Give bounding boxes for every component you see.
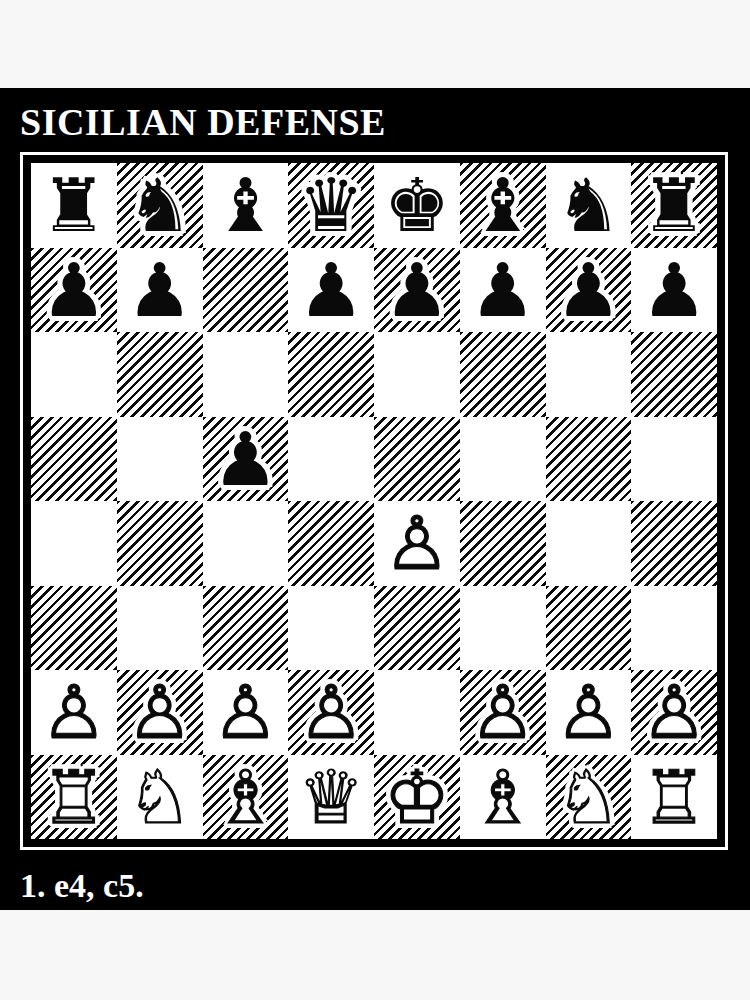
black-pawn: ♟♟ (384, 253, 450, 327)
square-c2: ♟♙ (203, 670, 289, 755)
piece-glyph: ♞ (555, 163, 621, 248)
poster-panel: SICILIAN DEFENSE ♜♜♞♞♝♝♛♛♚♚♝♝♞♞♜♜♟♟♟♟♟♟♟… (0, 88, 750, 910)
piece-glyph: ♕ (298, 755, 364, 840)
square-b8: ♞♞ (117, 163, 203, 248)
square-f1: ♝♗ (460, 755, 546, 840)
board-frame: ♜♜♞♞♝♝♛♛♚♚♝♝♞♞♜♜♟♟♟♟♟♟♟♟♟♟♟♟♟♟♟♟♟♙♟♙♟♙♟♙… (20, 152, 728, 850)
square-d1: ♛♕ (288, 755, 374, 840)
square-a2: ♟♙ (31, 670, 117, 755)
square-f8: ♝♝ (460, 163, 546, 248)
square-d2: ♟♙ (288, 670, 374, 755)
piece-glyph: ♖ (41, 755, 107, 840)
white-pawn: ♟♙ (212, 675, 278, 749)
piece-glyph: ♜ (641, 163, 707, 248)
white-king: ♚♔ (384, 760, 450, 834)
piece-glyph: ♘ (126, 755, 192, 840)
square-f4 (460, 501, 546, 586)
square-g1: ♞♘ (546, 755, 632, 840)
square-e6 (374, 332, 460, 417)
square-e3 (374, 586, 460, 671)
square-e1: ♚♔ (374, 755, 460, 840)
square-a8: ♜♜ (31, 163, 117, 248)
black-king: ♚♚ (384, 168, 450, 242)
square-h3 (631, 586, 717, 671)
white-knight: ♞♘ (555, 760, 621, 834)
square-b7: ♟♟ (117, 248, 203, 333)
square-c1: ♝♗ (203, 755, 289, 840)
square-e8: ♚♚ (374, 163, 460, 248)
black-pawn: ♟♟ (41, 253, 107, 327)
white-knight: ♞♘ (126, 760, 192, 834)
piece-glyph: ♗ (469, 755, 535, 840)
square-e4: ♟♙ (374, 501, 460, 586)
piece-glyph: ♟ (555, 248, 621, 333)
square-c5: ♟♟ (203, 417, 289, 502)
white-rook: ♜♖ (641, 760, 707, 834)
square-a1: ♜♖ (31, 755, 117, 840)
page-top-margin (0, 0, 750, 88)
white-pawn: ♟♙ (41, 675, 107, 749)
piece-glyph: ♟ (469, 248, 535, 333)
square-a4 (31, 501, 117, 586)
square-g8: ♞♞ (546, 163, 632, 248)
square-b1: ♞♘ (117, 755, 203, 840)
square-d6 (288, 332, 374, 417)
square-h7: ♟♟ (631, 248, 717, 333)
square-b6 (117, 332, 203, 417)
piece-glyph: ♟ (126, 248, 192, 333)
square-f6 (460, 332, 546, 417)
square-g2: ♟♙ (546, 670, 632, 755)
piece-glyph: ♙ (41, 670, 107, 755)
square-d4 (288, 501, 374, 586)
black-knight: ♞♞ (126, 168, 192, 242)
white-pawn: ♟♙ (298, 675, 364, 749)
square-c7 (203, 248, 289, 333)
square-b4 (117, 501, 203, 586)
square-d3 (288, 586, 374, 671)
white-pawn: ♟♙ (126, 675, 192, 749)
white-queen: ♛♕ (298, 760, 364, 834)
black-rook: ♜♜ (641, 168, 707, 242)
square-h1: ♜♖ (631, 755, 717, 840)
black-pawn: ♟♟ (298, 253, 364, 327)
square-g3 (546, 586, 632, 671)
black-pawn: ♟♟ (555, 253, 621, 327)
square-f3 (460, 586, 546, 671)
square-h4 (631, 501, 717, 586)
piece-glyph: ♙ (384, 501, 450, 586)
piece-glyph: ♙ (212, 670, 278, 755)
square-a6 (31, 332, 117, 417)
piece-glyph: ♘ (555, 755, 621, 840)
piece-glyph: ♙ (469, 670, 535, 755)
square-g6 (546, 332, 632, 417)
piece-glyph: ♝ (212, 163, 278, 248)
black-bishop: ♝♝ (469, 168, 535, 242)
piece-glyph: ♝ (469, 163, 535, 248)
square-c8: ♝♝ (203, 163, 289, 248)
square-b5 (117, 417, 203, 502)
square-g7: ♟♟ (546, 248, 632, 333)
piece-glyph: ♟ (641, 248, 707, 333)
square-f5 (460, 417, 546, 502)
piece-glyph: ♟ (41, 248, 107, 333)
black-queen: ♛♛ (298, 168, 364, 242)
page-bottom-margin (0, 910, 750, 1000)
black-pawn: ♟♟ (126, 253, 192, 327)
black-rook: ♜♜ (41, 168, 107, 242)
square-b2: ♟♙ (117, 670, 203, 755)
piece-glyph: ♟ (384, 248, 450, 333)
square-a7: ♟♟ (31, 248, 117, 333)
black-pawn: ♟♟ (469, 253, 535, 327)
white-pawn: ♟♙ (469, 675, 535, 749)
white-pawn: ♟♙ (641, 675, 707, 749)
black-bishop: ♝♝ (212, 168, 278, 242)
square-d7: ♟♟ (288, 248, 374, 333)
black-pawn: ♟♟ (212, 422, 278, 496)
square-h2: ♟♙ (631, 670, 717, 755)
piece-glyph: ♗ (212, 755, 278, 840)
square-d5 (288, 417, 374, 502)
white-rook: ♜♖ (41, 760, 107, 834)
piece-glyph: ♛ (298, 163, 364, 248)
white-bishop: ♝♗ (212, 760, 278, 834)
white-pawn: ♟♙ (384, 506, 450, 580)
black-knight: ♞♞ (555, 168, 621, 242)
white-bishop: ♝♗ (469, 760, 535, 834)
square-c3 (203, 586, 289, 671)
opening-title: SICILIAN DEFENSE (20, 100, 730, 144)
piece-glyph: ♙ (555, 670, 621, 755)
square-a5 (31, 417, 117, 502)
piece-glyph: ♟ (298, 248, 364, 333)
square-e7: ♟♟ (374, 248, 460, 333)
square-a3 (31, 586, 117, 671)
square-g4 (546, 501, 632, 586)
piece-glyph: ♞ (126, 163, 192, 248)
piece-glyph: ♟ (212, 417, 278, 502)
black-pawn: ♟♟ (641, 253, 707, 327)
white-pawn: ♟♙ (555, 675, 621, 749)
square-f2: ♟♙ (460, 670, 546, 755)
piece-glyph: ♜ (41, 163, 107, 248)
square-b3 (117, 586, 203, 671)
square-h5 (631, 417, 717, 502)
piece-glyph: ♖ (641, 755, 707, 840)
square-e5 (374, 417, 460, 502)
chess-board: ♜♜♞♞♝♝♛♛♚♚♝♝♞♞♜♜♟♟♟♟♟♟♟♟♟♟♟♟♟♟♟♟♟♙♟♙♟♙♟♙… (31, 163, 717, 839)
square-e2 (374, 670, 460, 755)
square-g5 (546, 417, 632, 502)
square-h8: ♜♜ (631, 163, 717, 248)
piece-glyph: ♙ (298, 670, 364, 755)
move-notation: 1. e4, c5. (20, 866, 730, 906)
square-c6 (203, 332, 289, 417)
piece-glyph: ♙ (126, 670, 192, 755)
square-c4 (203, 501, 289, 586)
square-h6 (631, 332, 717, 417)
square-d8: ♛♛ (288, 163, 374, 248)
piece-glyph: ♙ (641, 670, 707, 755)
square-f7: ♟♟ (460, 248, 546, 333)
piece-glyph: ♔ (384, 755, 450, 840)
piece-glyph: ♚ (384, 163, 450, 248)
